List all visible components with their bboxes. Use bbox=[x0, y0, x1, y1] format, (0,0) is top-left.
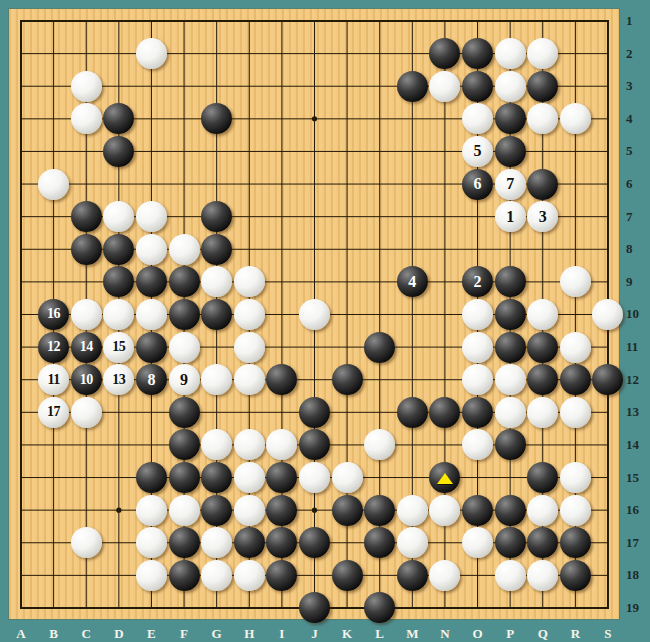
column-label-D: D bbox=[109, 626, 129, 642]
stone-E15-black[interactable] bbox=[136, 462, 167, 493]
column-label-F: F bbox=[174, 626, 194, 642]
row-label-14: 14 bbox=[626, 437, 650, 453]
column-label-Q: Q bbox=[533, 626, 553, 642]
column-label-O: O bbox=[468, 626, 488, 642]
stone-F10-black[interactable] bbox=[169, 299, 200, 330]
row-label-9: 9 bbox=[626, 274, 650, 290]
stone-K15-white[interactable] bbox=[332, 462, 363, 493]
stone-H18-white[interactable] bbox=[234, 560, 265, 591]
stone-O16-black[interactable] bbox=[462, 495, 493, 526]
stone-N16-white[interactable] bbox=[429, 495, 460, 526]
column-label-C: C bbox=[76, 626, 96, 642]
row-label-2: 2 bbox=[626, 46, 650, 62]
row-label-4: 4 bbox=[626, 111, 650, 127]
stone-P5-black[interactable] bbox=[495, 136, 526, 167]
stone-F14-black[interactable] bbox=[169, 429, 200, 460]
stone-Q18-white[interactable] bbox=[527, 560, 558, 591]
column-label-R: R bbox=[565, 626, 585, 642]
stone-R16-white[interactable] bbox=[560, 495, 591, 526]
column-label-M: M bbox=[402, 626, 422, 642]
stone-C17-white[interactable] bbox=[71, 527, 102, 558]
row-label-18: 18 bbox=[626, 567, 650, 583]
stone-N3-white[interactable] bbox=[429, 71, 460, 102]
stone-P12-white[interactable] bbox=[495, 364, 526, 395]
stone-C8-black[interactable] bbox=[71, 234, 102, 265]
stone-P11-black[interactable] bbox=[495, 332, 526, 363]
stone-D11-white[interactable]: 15 bbox=[103, 332, 134, 363]
stone-H14-white[interactable] bbox=[234, 429, 265, 460]
stone-P9-black[interactable] bbox=[495, 266, 526, 297]
stone-P4-black[interactable] bbox=[495, 103, 526, 134]
stone-P10-black[interactable] bbox=[495, 299, 526, 330]
row-label-12: 12 bbox=[626, 372, 650, 388]
stone-F13-black[interactable] bbox=[169, 397, 200, 428]
row-label-5: 5 bbox=[626, 143, 650, 159]
move-number-14: 14 bbox=[80, 340, 93, 354]
stone-M13-black[interactable] bbox=[397, 397, 428, 428]
stone-Q16-white[interactable] bbox=[527, 495, 558, 526]
column-label-J: J bbox=[304, 626, 324, 642]
row-label-17: 17 bbox=[626, 535, 650, 551]
stone-E8-white[interactable] bbox=[136, 234, 167, 265]
stone-P3-white[interactable] bbox=[495, 71, 526, 102]
stone-P18-white[interactable] bbox=[495, 560, 526, 591]
move-number-13: 13 bbox=[112, 373, 125, 387]
stone-B13-white[interactable]: 17 bbox=[38, 397, 69, 428]
stone-P16-black[interactable] bbox=[495, 495, 526, 526]
stone-E2-white[interactable] bbox=[136, 38, 167, 69]
column-label-G: G bbox=[207, 626, 227, 642]
row-label-11: 11 bbox=[626, 339, 650, 355]
column-label-H: H bbox=[239, 626, 259, 642]
move-number-7: 7 bbox=[506, 176, 514, 192]
move-number-5: 5 bbox=[474, 143, 482, 159]
stone-E10-white[interactable] bbox=[136, 299, 167, 330]
move-number-15: 15 bbox=[112, 340, 125, 354]
column-label-I: I bbox=[272, 626, 292, 642]
stone-G8-black[interactable] bbox=[201, 234, 232, 265]
stone-M16-white[interactable] bbox=[397, 495, 428, 526]
column-label-B: B bbox=[44, 626, 64, 642]
stone-G18-white[interactable] bbox=[201, 560, 232, 591]
stone-C7-black[interactable] bbox=[71, 201, 102, 232]
move-number-10: 10 bbox=[80, 373, 93, 387]
stone-F12-white[interactable]: 9 bbox=[169, 364, 200, 395]
row-label-6: 6 bbox=[626, 176, 650, 192]
stone-G16-black[interactable] bbox=[201, 495, 232, 526]
stone-O11-white[interactable] bbox=[462, 332, 493, 363]
stone-H15-white[interactable] bbox=[234, 462, 265, 493]
column-label-E: E bbox=[141, 626, 161, 642]
stone-P17-black[interactable] bbox=[495, 527, 526, 558]
stone-K16-black[interactable] bbox=[332, 495, 363, 526]
column-label-N: N bbox=[435, 626, 455, 642]
stone-H11-white[interactable] bbox=[234, 332, 265, 363]
stone-M9-black[interactable]: 4 bbox=[397, 266, 428, 297]
stone-Q6-black[interactable] bbox=[527, 169, 558, 200]
stone-L16-black[interactable] bbox=[364, 495, 395, 526]
stone-O10-white[interactable] bbox=[462, 299, 493, 330]
stone-G15-black[interactable] bbox=[201, 462, 232, 493]
row-label-15: 15 bbox=[626, 470, 650, 486]
column-label-K: K bbox=[337, 626, 357, 642]
stone-H16-white[interactable] bbox=[234, 495, 265, 526]
stone-M3-black[interactable] bbox=[397, 71, 428, 102]
stone-R15-white[interactable] bbox=[560, 462, 591, 493]
move-number-4: 4 bbox=[408, 274, 416, 290]
stone-O13-black[interactable] bbox=[462, 397, 493, 428]
stone-R11-white[interactable] bbox=[560, 332, 591, 363]
stone-R17-black[interactable] bbox=[560, 527, 591, 558]
row-label-10: 10 bbox=[626, 306, 650, 322]
stone-R13-white[interactable] bbox=[560, 397, 591, 428]
move-number-12: 12 bbox=[47, 340, 60, 354]
stone-F8-white[interactable] bbox=[169, 234, 200, 265]
move-number-2: 2 bbox=[474, 274, 482, 290]
stone-K12-black[interactable] bbox=[332, 364, 363, 395]
move-number-16: 16 bbox=[47, 307, 60, 321]
column-label-P: P bbox=[500, 626, 520, 642]
stone-L11-black[interactable] bbox=[364, 332, 395, 363]
row-label-1: 1 bbox=[626, 13, 650, 29]
move-number-17: 17 bbox=[47, 405, 60, 419]
row-label-16: 16 bbox=[626, 502, 650, 518]
stone-E11-black[interactable] bbox=[136, 332, 167, 363]
stone-O5-white[interactable]: 5 bbox=[462, 136, 493, 167]
stone-H12-white[interactable] bbox=[234, 364, 265, 395]
stone-F15-black[interactable] bbox=[169, 462, 200, 493]
stone-F18-black[interactable] bbox=[169, 560, 200, 591]
stone-G10-black[interactable] bbox=[201, 299, 232, 330]
stone-E16-white[interactable] bbox=[136, 495, 167, 526]
stone-P14-black[interactable] bbox=[495, 429, 526, 460]
stone-P7-white[interactable]: 1 bbox=[495, 201, 526, 232]
stone-P6-white[interactable]: 7 bbox=[495, 169, 526, 200]
stone-O3-black[interactable] bbox=[462, 71, 493, 102]
move-number-11: 11 bbox=[47, 373, 59, 387]
stone-R12-black[interactable] bbox=[560, 364, 591, 395]
stone-R18-black[interactable] bbox=[560, 560, 591, 591]
stone-H9-white[interactable] bbox=[234, 266, 265, 297]
stone-J15-white[interactable] bbox=[299, 462, 330, 493]
column-label-L: L bbox=[370, 626, 390, 642]
triangle-marker-icon bbox=[437, 473, 453, 484]
stone-B10-black[interactable]: 16 bbox=[38, 299, 69, 330]
move-number-6: 6 bbox=[474, 176, 482, 192]
go-board-app: 5671342161214151110138917 ABCDEFGHIJKLMN… bbox=[0, 0, 650, 642]
stone-F17-black[interactable] bbox=[169, 527, 200, 558]
stone-F16-white[interactable] bbox=[169, 495, 200, 526]
stone-E12-black[interactable]: 8 bbox=[136, 364, 167, 395]
stone-P2-white[interactable] bbox=[495, 38, 526, 69]
stone-I16-black[interactable] bbox=[266, 495, 297, 526]
move-number-8: 8 bbox=[147, 372, 155, 388]
stone-O6-black[interactable]: 6 bbox=[462, 169, 493, 200]
stone-C12-black[interactable]: 10 bbox=[71, 364, 102, 395]
stone-E7-white[interactable] bbox=[136, 201, 167, 232]
move-number-9: 9 bbox=[180, 372, 188, 388]
stone-J10-white[interactable] bbox=[299, 299, 330, 330]
stone-M17-white[interactable] bbox=[397, 527, 428, 558]
stone-C10-white[interactable] bbox=[71, 299, 102, 330]
stone-M18-black[interactable] bbox=[397, 560, 428, 591]
stone-C11-black[interactable]: 14 bbox=[71, 332, 102, 363]
row-label-13: 13 bbox=[626, 404, 650, 420]
stone-C3-white[interactable] bbox=[71, 71, 102, 102]
stone-P13-white[interactable] bbox=[495, 397, 526, 428]
row-label-7: 7 bbox=[626, 209, 650, 225]
stone-O2-black[interactable] bbox=[462, 38, 493, 69]
stone-C4-white[interactable] bbox=[71, 103, 102, 134]
stone-H10-white[interactable] bbox=[234, 299, 265, 330]
stone-E18-white[interactable] bbox=[136, 560, 167, 591]
stone-Q3-black[interactable] bbox=[527, 71, 558, 102]
stone-Q13-white[interactable] bbox=[527, 397, 558, 428]
stone-B6-white[interactable] bbox=[38, 169, 69, 200]
column-label-S: S bbox=[598, 626, 618, 642]
move-number-3: 3 bbox=[539, 209, 547, 225]
move-number-1: 1 bbox=[506, 209, 514, 225]
stone-R4-white[interactable] bbox=[560, 103, 591, 134]
stone-Q11-black[interactable] bbox=[527, 332, 558, 363]
stone-J13-black[interactable] bbox=[299, 397, 330, 428]
stone-H17-black[interactable] bbox=[234, 527, 265, 558]
stone-E17-white[interactable] bbox=[136, 527, 167, 558]
stone-K18-black[interactable] bbox=[332, 560, 363, 591]
stone-B11-black[interactable]: 12 bbox=[38, 332, 69, 363]
stone-F11-white[interactable] bbox=[169, 332, 200, 363]
column-label-A: A bbox=[11, 626, 31, 642]
stone-F9-black[interactable] bbox=[169, 266, 200, 297]
stone-C13-white[interactable] bbox=[71, 397, 102, 428]
stone-D8-black[interactable] bbox=[103, 234, 134, 265]
row-label-8: 8 bbox=[626, 241, 650, 257]
row-label-3: 3 bbox=[626, 78, 650, 94]
row-label-19: 19 bbox=[626, 600, 650, 616]
